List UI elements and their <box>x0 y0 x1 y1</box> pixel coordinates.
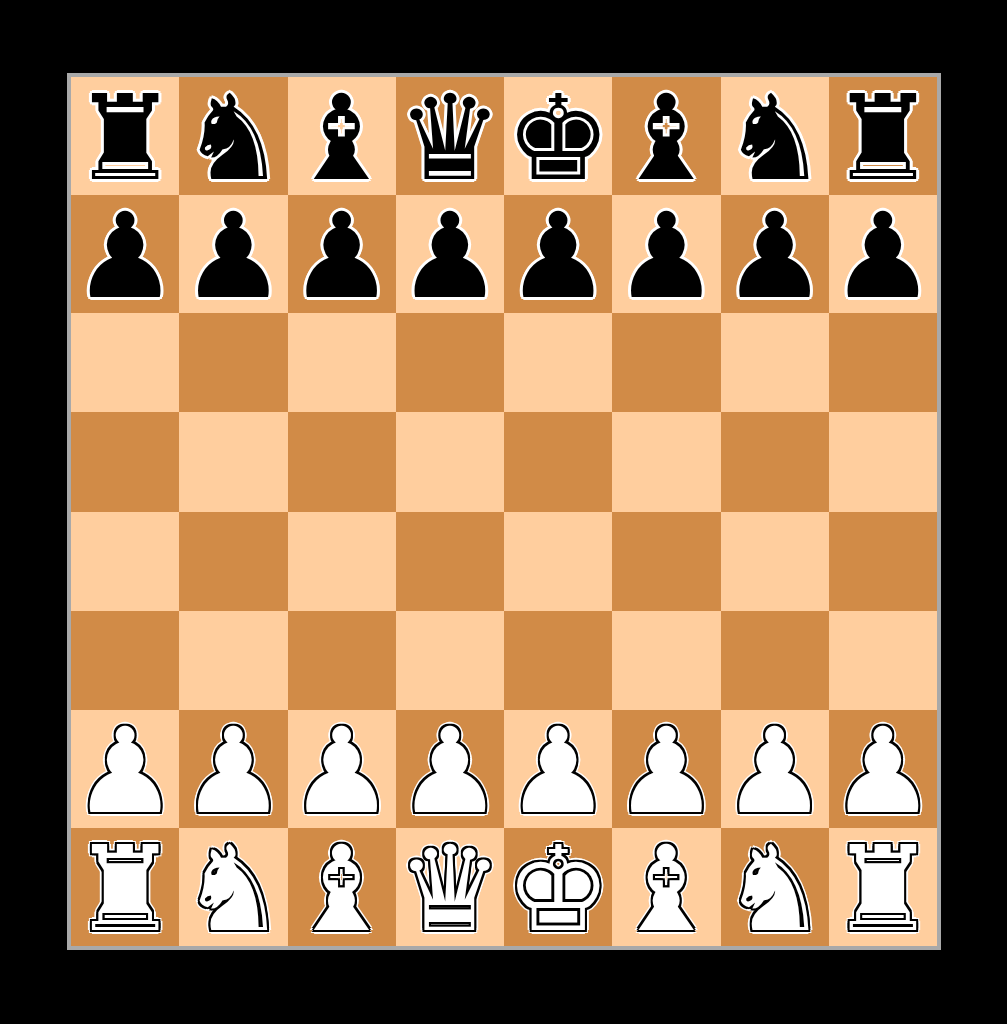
piece-black-pawn[interactable]: ♟ <box>72 197 178 315</box>
square-e7[interactable]: ♟ <box>504 195 612 313</box>
square-g6[interactable] <box>721 313 829 412</box>
square-d3[interactable] <box>396 611 504 710</box>
square-f6[interactable] <box>612 313 720 412</box>
square-a8[interactable]: ♜ <box>71 77 179 195</box>
square-d6[interactable] <box>396 313 504 412</box>
square-g5[interactable] <box>721 412 829 511</box>
square-a7[interactable]: ♟ <box>71 195 179 313</box>
piece-black-rook[interactable]: ♜ <box>72 79 178 197</box>
piece-black-pawn[interactable]: ♟ <box>289 197 395 315</box>
piece-black-rook[interactable]: ♜ <box>830 79 936 197</box>
square-e8[interactable]: ♚ <box>504 77 612 195</box>
square-d1[interactable]: ♛ <box>396 828 504 946</box>
piece-white-bishop[interactable]: ♝ <box>289 830 395 948</box>
square-b3[interactable] <box>179 611 287 710</box>
piece-white-pawn[interactable]: ♟ <box>613 712 719 830</box>
square-h4[interactable] <box>829 512 937 611</box>
square-f8[interactable]: ♝ <box>612 77 720 195</box>
square-a2[interactable]: ♟ <box>71 710 179 828</box>
piece-black-knight[interactable]: ♞ <box>180 79 286 197</box>
square-g4[interactable] <box>721 512 829 611</box>
square-g7[interactable]: ♟ <box>721 195 829 313</box>
square-g1[interactable]: ♞ <box>721 828 829 946</box>
square-e6[interactable] <box>504 313 612 412</box>
square-c2[interactable]: ♟ <box>288 710 396 828</box>
square-c8[interactable]: ♝ <box>288 77 396 195</box>
piece-white-queen[interactable]: ♛ <box>397 830 503 948</box>
square-h6[interactable] <box>829 313 937 412</box>
piece-white-knight[interactable]: ♞ <box>180 830 286 948</box>
board-grid: ♜♞♝♛♚♝♞♜♟♟♟♟♟♟♟♟♟♟♟♟♟♟♟♟♜♞♝♛♚♝♞♜ <box>71 77 937 946</box>
square-d7[interactable]: ♟ <box>396 195 504 313</box>
square-f1[interactable]: ♝ <box>612 828 720 946</box>
piece-black-pawn[interactable]: ♟ <box>722 197 828 315</box>
square-b4[interactable] <box>179 512 287 611</box>
square-a5[interactable] <box>71 412 179 511</box>
page-background: ♜♞♝♛♚♝♞♜♟♟♟♟♟♟♟♟♟♟♟♟♟♟♟♟♜♞♝♛♚♝♞♜ <box>0 0 1007 1024</box>
square-a1[interactable]: ♜ <box>71 828 179 946</box>
square-c1[interactable]: ♝ <box>288 828 396 946</box>
square-c4[interactable] <box>288 512 396 611</box>
square-e2[interactable]: ♟ <box>504 710 612 828</box>
square-b1[interactable]: ♞ <box>179 828 287 946</box>
square-a4[interactable] <box>71 512 179 611</box>
square-g3[interactable] <box>721 611 829 710</box>
square-h1[interactable]: ♜ <box>829 828 937 946</box>
square-b2[interactable]: ♟ <box>179 710 287 828</box>
piece-black-bishop[interactable]: ♝ <box>613 79 719 197</box>
square-e5[interactable] <box>504 412 612 511</box>
square-g8[interactable]: ♞ <box>721 77 829 195</box>
square-b8[interactable]: ♞ <box>179 77 287 195</box>
square-a6[interactable] <box>71 313 179 412</box>
piece-black-pawn[interactable]: ♟ <box>397 197 503 315</box>
square-f2[interactable]: ♟ <box>612 710 720 828</box>
square-d8[interactable]: ♛ <box>396 77 504 195</box>
piece-white-rook[interactable]: ♜ <box>72 830 178 948</box>
piece-black-pawn[interactable]: ♟ <box>830 197 936 315</box>
piece-black-queen[interactable]: ♛ <box>397 79 503 197</box>
square-a3[interactable] <box>71 611 179 710</box>
square-e1[interactable]: ♚ <box>504 828 612 946</box>
square-d4[interactable] <box>396 512 504 611</box>
piece-white-pawn[interactable]: ♟ <box>397 712 503 830</box>
piece-white-king[interactable]: ♚ <box>505 830 611 948</box>
piece-white-pawn[interactable]: ♟ <box>289 712 395 830</box>
piece-black-knight[interactable]: ♞ <box>722 79 828 197</box>
square-h2[interactable]: ♟ <box>829 710 937 828</box>
square-f4[interactable] <box>612 512 720 611</box>
piece-black-bishop[interactable]: ♝ <box>289 79 395 197</box>
piece-white-knight[interactable]: ♞ <box>722 830 828 948</box>
square-e4[interactable] <box>504 512 612 611</box>
chess-board: ♜♞♝♛♚♝♞♜♟♟♟♟♟♟♟♟♟♟♟♟♟♟♟♟♜♞♝♛♚♝♞♜ <box>67 73 941 950</box>
piece-white-pawn[interactable]: ♟ <box>830 712 936 830</box>
square-c6[interactable] <box>288 313 396 412</box>
square-h5[interactable] <box>829 412 937 511</box>
square-f7[interactable]: ♟ <box>612 195 720 313</box>
piece-black-pawn[interactable]: ♟ <box>180 197 286 315</box>
square-f5[interactable] <box>612 412 720 511</box>
square-c3[interactable] <box>288 611 396 710</box>
square-b7[interactable]: ♟ <box>179 195 287 313</box>
square-c5[interactable] <box>288 412 396 511</box>
piece-black-pawn[interactable]: ♟ <box>505 197 611 315</box>
piece-white-bishop[interactable]: ♝ <box>613 830 719 948</box>
piece-black-king[interactable]: ♚ <box>505 79 611 197</box>
square-b5[interactable] <box>179 412 287 511</box>
piece-white-rook[interactable]: ♜ <box>830 830 936 948</box>
square-e3[interactable] <box>504 611 612 710</box>
square-d2[interactable]: ♟ <box>396 710 504 828</box>
square-f3[interactable] <box>612 611 720 710</box>
piece-white-pawn[interactable]: ♟ <box>505 712 611 830</box>
square-h8[interactable]: ♜ <box>829 77 937 195</box>
square-h3[interactable] <box>829 611 937 710</box>
square-c7[interactable]: ♟ <box>288 195 396 313</box>
piece-white-pawn[interactable]: ♟ <box>180 712 286 830</box>
square-g2[interactable]: ♟ <box>721 710 829 828</box>
square-h7[interactable]: ♟ <box>829 195 937 313</box>
piece-black-pawn[interactable]: ♟ <box>613 197 719 315</box>
piece-white-pawn[interactable]: ♟ <box>722 712 828 830</box>
square-d5[interactable] <box>396 412 504 511</box>
piece-white-pawn[interactable]: ♟ <box>72 712 178 830</box>
square-b6[interactable] <box>179 313 287 412</box>
